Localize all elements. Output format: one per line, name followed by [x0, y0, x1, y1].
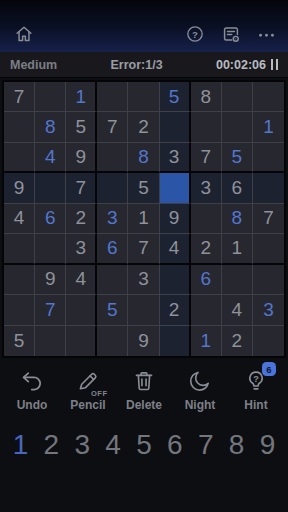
- cell-r7c7[interactable]: 6: [191, 265, 222, 295]
- cell-r6c4[interactable]: 6: [97, 234, 128, 264]
- cell-r3c3[interactable]: 9: [66, 143, 97, 173]
- numpad-digit-5[interactable]: 5: [136, 431, 152, 459]
- cell-r4c5[interactable]: 5: [128, 173, 159, 203]
- cell-r1c9[interactable]: [253, 82, 284, 112]
- delete-icon: [131, 368, 157, 394]
- cell-r9c2[interactable]: [35, 326, 66, 356]
- cell-r4c9[interactable]: [253, 173, 284, 203]
- cell-r8c3[interactable]: [66, 295, 97, 325]
- night-label: Night: [185, 398, 216, 412]
- cell-r4c3[interactable]: 7: [66, 173, 97, 203]
- cell-r9c5[interactable]: 9: [128, 326, 159, 356]
- cell-r7c1[interactable]: [4, 265, 35, 295]
- delete-button[interactable]: Delete: [118, 368, 170, 412]
- help-icon[interactable]: ?: [185, 24, 205, 44]
- night-button[interactable]: Night: [174, 368, 226, 412]
- delete-label: Delete: [126, 398, 162, 412]
- top-bar: ?: [0, 0, 288, 52]
- cell-r8c6[interactable]: 2: [160, 295, 191, 325]
- cell-r5c9[interactable]: 7: [253, 204, 284, 234]
- cell-r4c4[interactable]: [97, 173, 128, 203]
- cell-r2c2[interactable]: 8: [35, 112, 66, 142]
- cell-r4c6[interactable]: [160, 173, 191, 203]
- cell-r3c7[interactable]: 7: [191, 143, 222, 173]
- numpad-digit-1[interactable]: 1: [13, 431, 29, 459]
- top-bar-right-icons: ?: [185, 23, 276, 45]
- cell-r8c9[interactable]: 3: [253, 295, 284, 325]
- cell-r9c6[interactable]: [160, 326, 191, 356]
- cell-r5c3[interactable]: 2: [66, 204, 97, 234]
- cell-r2c8[interactable]: [222, 112, 253, 142]
- numpad-digit-8[interactable]: 8: [229, 431, 245, 459]
- cell-r7c3[interactable]: 4: [66, 265, 97, 295]
- cell-r5c6[interactable]: 9: [160, 204, 191, 234]
- cell-r9c8[interactable]: 2: [222, 326, 253, 356]
- difficulty-label: Medium: [10, 58, 57, 72]
- sudoku-app: ? Medium Error:1/3 00:02:06: [0, 0, 288, 512]
- numpad-digit-6[interactable]: 6: [167, 431, 183, 459]
- hint-badge: 6: [262, 362, 276, 376]
- cell-r1c2[interactable]: [35, 82, 66, 112]
- toolbar: Undo OFF Pencil Delete: [0, 368, 288, 412]
- hint-label: Hint: [244, 398, 267, 412]
- undo-icon: [19, 368, 45, 394]
- cell-r7c6[interactable]: [160, 265, 191, 295]
- cell-r7c4[interactable]: [97, 265, 128, 295]
- cell-r3c9[interactable]: [253, 143, 284, 173]
- cell-r9c9[interactable]: [253, 326, 284, 356]
- cell-r1c4[interactable]: [97, 82, 128, 112]
- cell-r2c9[interactable]: 1: [253, 112, 284, 142]
- cell-r4c7[interactable]: 3: [191, 173, 222, 203]
- numpad-digit-7[interactable]: 7: [198, 431, 214, 459]
- cell-r6c6[interactable]: 4: [160, 234, 191, 264]
- cell-r7c2[interactable]: 9: [35, 265, 66, 295]
- cell-r2c6[interactable]: [160, 112, 191, 142]
- cell-r3c8[interactable]: 5: [222, 143, 253, 173]
- cell-r8c7[interactable]: [191, 295, 222, 325]
- more-icon[interactable]: [257, 25, 276, 44]
- cell-r8c1[interactable]: [4, 295, 35, 325]
- cell-r1c7[interactable]: 8: [191, 82, 222, 112]
- cell-r4c2[interactable]: [35, 173, 66, 203]
- pause-icon[interactable]: [271, 59, 278, 70]
- pencil-button[interactable]: OFF Pencil: [62, 368, 114, 412]
- cell-r1c8[interactable]: [222, 82, 253, 112]
- cell-r1c5[interactable]: [128, 82, 159, 112]
- numpad-digit-9[interactable]: 9: [260, 431, 276, 459]
- cell-r2c3[interactable]: 5: [66, 112, 97, 142]
- cell-r5c1[interactable]: 4: [4, 204, 35, 234]
- cell-r9c3[interactable]: [66, 326, 97, 356]
- error-counter: Error:1/3: [111, 58, 163, 72]
- cell-r3c4[interactable]: [97, 143, 128, 173]
- cell-r3c5[interactable]: 8: [128, 143, 159, 173]
- cell-r3c1[interactable]: [4, 143, 35, 173]
- cell-r5c8[interactable]: 8: [222, 204, 253, 234]
- cell-r2c7[interactable]: [191, 112, 222, 142]
- svg-text:?: ?: [192, 29, 198, 40]
- status-bar: Medium Error:1/3 00:02:06: [0, 52, 288, 78]
- cell-r1c1[interactable]: 7: [4, 82, 35, 112]
- timer: 00:02:06: [216, 58, 278, 72]
- cell-r6c5[interactable]: 7: [128, 234, 159, 264]
- cell-r3c2[interactable]: 4: [35, 143, 66, 173]
- cell-r2c4[interactable]: 7: [97, 112, 128, 142]
- cell-r9c4[interactable]: [97, 326, 128, 356]
- cell-r4c1[interactable]: 9: [4, 173, 35, 203]
- cell-r1c3[interactable]: 1: [66, 82, 97, 112]
- home-icon[interactable]: [13, 23, 35, 45]
- cell-r6c2[interactable]: [35, 234, 66, 264]
- cell-r6c8[interactable]: 1: [222, 234, 253, 264]
- cell-r6c7[interactable]: 2: [191, 234, 222, 264]
- numpad-digit-3[interactable]: 3: [74, 431, 90, 459]
- cell-r8c8[interactable]: 4: [222, 295, 253, 325]
- cell-r2c5[interactable]: 2: [128, 112, 159, 142]
- cell-r9c1[interactable]: 5: [4, 326, 35, 356]
- cell-r1c6[interactable]: 5: [160, 82, 191, 112]
- cell-r6c9[interactable]: [253, 234, 284, 264]
- hint-button[interactable]: ? 6 Hint: [230, 368, 282, 412]
- cell-r5c4[interactable]: 3: [97, 204, 128, 234]
- cell-r6c3[interactable]: 3: [66, 234, 97, 264]
- cell-r2c1[interactable]: [4, 112, 35, 142]
- night-icon: [187, 368, 213, 394]
- pencil-label: Pencil: [70, 398, 105, 412]
- undo-label: Undo: [17, 398, 48, 412]
- cell-r8c5[interactable]: [128, 295, 159, 325]
- cell-r3c6[interactable]: 3: [160, 143, 191, 173]
- svg-text:?: ?: [253, 374, 259, 384]
- cell-r5c7[interactable]: [191, 204, 222, 234]
- numpad-digit-2[interactable]: 2: [44, 431, 60, 459]
- cell-r9c7[interactable]: 1: [191, 326, 222, 356]
- sudoku-board: 7158857214983759753646231987367421943675…: [2, 80, 286, 358]
- cell-r5c2[interactable]: 6: [35, 204, 66, 234]
- timer-value: 00:02:06: [216, 58, 266, 72]
- number-pad: 123456789: [0, 431, 288, 459]
- cell-r4c8[interactable]: 6: [222, 173, 253, 203]
- cell-r5c5[interactable]: 1: [128, 204, 159, 234]
- cell-r8c2[interactable]: 7: [35, 295, 66, 325]
- cell-r7c8[interactable]: [222, 265, 253, 295]
- cell-r7c9[interactable]: [253, 265, 284, 295]
- cell-r8c4[interactable]: 5: [97, 295, 128, 325]
- pencil-state-label: OFF: [91, 389, 108, 398]
- numpad-digit-4[interactable]: 4: [105, 431, 121, 459]
- feedback-icon[interactable]: [220, 23, 242, 45]
- cell-r7c5[interactable]: 3: [128, 265, 159, 295]
- cell-r6c1[interactable]: [4, 234, 35, 264]
- undo-button[interactable]: Undo: [6, 368, 58, 412]
